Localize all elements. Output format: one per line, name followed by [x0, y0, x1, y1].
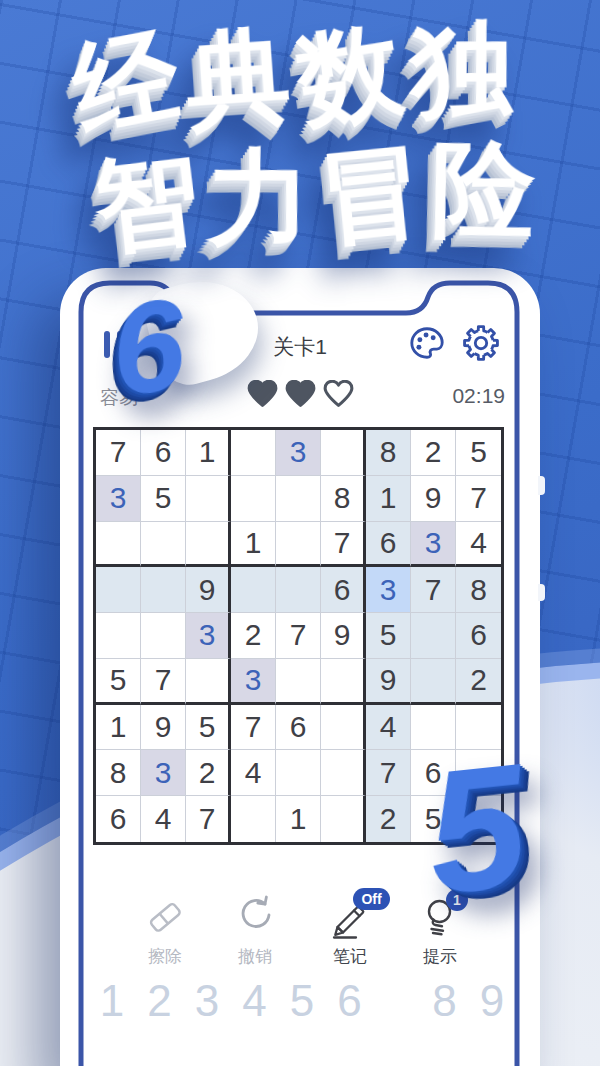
app-screenshot: 经典数独 智力冒险 关卡1 [0, 0, 600, 1066]
marketing-title: 经典数独 智力冒险 [0, 0, 600, 258]
erase-label: 擦除 [148, 945, 182, 968]
cell-r9c5[interactable]: 1 [276, 796, 321, 842]
cell-r6c6[interactable] [321, 659, 366, 705]
cell-r5c7[interactable]: 5 [366, 613, 411, 659]
cell-r2c2[interactable]: 5 [141, 476, 186, 522]
cell-r1c7[interactable]: 8 [366, 430, 411, 476]
numpad-digit-5[interactable]: 5 [282, 976, 322, 1026]
numpad-digit-8[interactable]: 8 [425, 976, 465, 1026]
cell-r6c3[interactable] [186, 659, 231, 705]
numpad-digit-4[interactable]: 4 [235, 976, 275, 1026]
cell-r1c5[interactable]: 3 [276, 430, 321, 476]
cell-r8c6[interactable] [321, 750, 366, 796]
cell-r6c5[interactable] [276, 659, 321, 705]
cell-r3c2[interactable] [141, 522, 186, 568]
phone-side-button [538, 584, 545, 601]
settings-button[interactable] [462, 324, 500, 366]
gear-icon [462, 324, 500, 362]
timer: 02:19 [452, 384, 505, 408]
cell-r8c1[interactable]: 8 [96, 750, 141, 796]
cell-r3c8[interactable]: 3 [411, 522, 456, 568]
cell-r3c6[interactable]: 7 [321, 522, 366, 568]
cell-r4c6[interactable]: 6 [321, 567, 366, 613]
cell-r3c5[interactable] [276, 522, 321, 568]
cell-r6c9[interactable]: 2 [456, 659, 501, 705]
cell-r2c8[interactable]: 9 [411, 476, 456, 522]
numpad-empty-slot [377, 976, 417, 1026]
cell-r3c1[interactable] [96, 522, 141, 568]
cell-r4c4[interactable] [231, 567, 276, 613]
cell-r9c3[interactable]: 7 [186, 796, 231, 842]
numpad-digit-3[interactable]: 3 [187, 976, 227, 1026]
cell-r6c4[interactable]: 3 [231, 659, 276, 705]
decor-numeral-6: 6 [106, 279, 189, 415]
cell-r8c4[interactable]: 4 [231, 750, 276, 796]
cell-r6c7[interactable]: 9 [366, 659, 411, 705]
heart-filled-icon [247, 380, 278, 412]
numpad-digit-1[interactable]: 1 [92, 976, 132, 1026]
lives-hearts [0, 380, 600, 412]
numpad-digit-9[interactable]: 9 [472, 976, 512, 1026]
cell-r5c2[interactable] [141, 613, 186, 659]
decor-numeral-5: 5 [419, 737, 533, 920]
undo-button[interactable]: 撤销 [215, 893, 295, 981]
cell-r2c9[interactable]: 7 [456, 476, 501, 522]
cell-r7c6[interactable] [321, 705, 366, 751]
notes-off-badge: Off [353, 888, 390, 910]
cell-r2c7[interactable]: 1 [366, 476, 411, 522]
title-char: 力 [207, 145, 319, 249]
cell-r2c5[interactable] [276, 476, 321, 522]
cell-r7c2[interactable]: 9 [141, 705, 186, 751]
cell-r2c3[interactable] [186, 476, 231, 522]
cell-r5c1[interactable] [96, 613, 141, 659]
cell-r5c3[interactable]: 3 [186, 613, 231, 659]
cell-r4c5[interactable] [276, 567, 321, 613]
undo-icon [232, 894, 278, 940]
heart-filled-icon [285, 380, 316, 412]
title-char: 智 [90, 143, 214, 260]
cell-r1c8[interactable]: 2 [411, 430, 456, 476]
cell-r7c5[interactable]: 6 [276, 705, 321, 751]
cell-r4c1[interactable] [96, 567, 141, 613]
undo-label: 撤销 [238, 945, 272, 968]
cell-r8c5[interactable] [276, 750, 321, 796]
cell-r4c7[interactable]: 3 [366, 567, 411, 613]
cell-r9c2[interactable]: 4 [141, 796, 186, 842]
eraser-icon [142, 894, 188, 940]
notes-label: 笔记 [333, 945, 367, 968]
notes-button[interactable]: Off 笔记 [310, 893, 390, 981]
heart-empty-icon [323, 380, 354, 412]
cell-r1c2[interactable]: 6 [141, 430, 186, 476]
cell-r4c9[interactable]: 8 [456, 567, 501, 613]
cell-r9c7[interactable]: 2 [366, 796, 411, 842]
cell-r6c1[interactable]: 5 [96, 659, 141, 705]
title-line-1: 经典数独 [0, 14, 600, 139]
cell-r4c3[interactable]: 9 [186, 567, 231, 613]
title-char: 独 [410, 18, 522, 122]
cell-r1c9[interactable]: 5 [456, 430, 501, 476]
numpad-digit-6[interactable]: 6 [330, 976, 370, 1026]
cell-r3c7[interactable]: 6 [366, 522, 411, 568]
cell-r4c8[interactable]: 7 [411, 567, 456, 613]
cell-r9c6[interactable] [321, 796, 366, 842]
cell-r6c2[interactable]: 7 [141, 659, 186, 705]
title-char: 冒 [314, 136, 436, 251]
cell-r8c3[interactable]: 2 [186, 750, 231, 796]
cell-r1c3[interactable]: 1 [186, 430, 231, 476]
cell-r2c4[interactable] [231, 476, 276, 522]
cell-r2c1[interactable]: 3 [96, 476, 141, 522]
cell-r5c5[interactable]: 7 [276, 613, 321, 659]
cell-r3c3[interactable] [186, 522, 231, 568]
cell-r2c6[interactable]: 8 [321, 476, 366, 522]
cell-r7c3[interactable]: 5 [186, 705, 231, 751]
title-char: 数 [291, 14, 418, 134]
numpad-digit-2[interactable]: 2 [140, 976, 180, 1026]
cell-r9c4[interactable] [231, 796, 276, 842]
cell-r8c2[interactable]: 3 [141, 750, 186, 796]
cell-r7c4[interactable]: 7 [231, 705, 276, 751]
cell-r5c9[interactable]: 6 [456, 613, 501, 659]
cell-r6c8[interactable] [411, 659, 456, 705]
cell-r5c6[interactable]: 9 [321, 613, 366, 659]
phone-side-button [538, 476, 545, 495]
cell-r5c8[interactable] [411, 613, 456, 659]
cell-r7c7[interactable]: 4 [366, 705, 411, 751]
cell-r1c6[interactable] [321, 430, 366, 476]
title-line-2: 智力冒险 [1, 134, 600, 259]
cell-r5c4[interactable]: 2 [231, 613, 276, 659]
title-char: 典 [183, 22, 302, 134]
cell-r4c2[interactable] [141, 567, 186, 613]
palette-icon [408, 324, 446, 362]
title-char: 险 [430, 137, 544, 243]
cell-r1c4[interactable] [231, 430, 276, 476]
cell-r8c7[interactable]: 7 [366, 750, 411, 796]
number-pad: 12345689 [92, 976, 512, 1026]
level-title: 关卡1 [0, 333, 600, 361]
title-char: 经 [65, 20, 195, 143]
cell-r3c4[interactable]: 1 [231, 522, 276, 568]
hint-label: 提示 [423, 945, 457, 968]
erase-button[interactable]: 擦除 [125, 893, 205, 981]
cell-r3c9[interactable]: 4 [456, 522, 501, 568]
cell-r9c1[interactable]: 6 [96, 796, 141, 842]
cell-r1c1[interactable]: 7 [96, 430, 141, 476]
cell-r7c1[interactable]: 1 [96, 705, 141, 751]
theme-palette-button[interactable] [408, 324, 446, 366]
